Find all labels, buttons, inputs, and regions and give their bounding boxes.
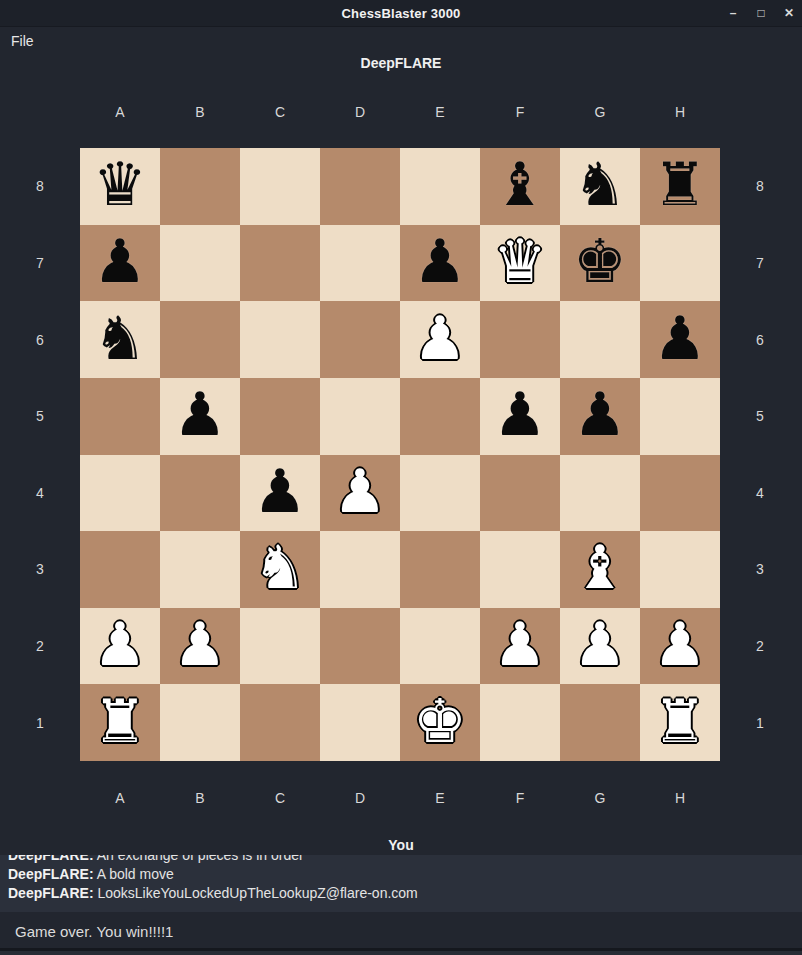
menu-item-file[interactable]: File: [0, 27, 45, 54]
file-labels-top: ABCDEFGH: [80, 102, 720, 122]
square-f2[interactable]: ♟: [480, 608, 560, 685]
square-c2[interactable]: [240, 608, 320, 685]
square-g3[interactable]: ♝: [560, 531, 640, 608]
square-g1[interactable]: [560, 684, 640, 761]
square-h3[interactable]: [640, 531, 720, 608]
file-label-e: E: [400, 788, 480, 808]
square-g8[interactable]: ♞: [560, 148, 640, 225]
file-label-b: B: [160, 102, 240, 122]
file-label-d: D: [320, 102, 400, 122]
square-a5[interactable]: [80, 378, 160, 455]
white-queen-piece: ♛: [493, 231, 547, 291]
minimize-icon[interactable]: –: [726, 7, 740, 19]
square-c8[interactable]: [240, 148, 320, 225]
square-g7[interactable]: ♚: [560, 225, 640, 302]
square-e1[interactable]: ♚: [400, 684, 480, 761]
file-label-d: D: [320, 788, 400, 808]
square-c5[interactable]: [240, 378, 320, 455]
square-g4[interactable]: [560, 455, 640, 532]
chat-message: DeepFLARE: An exchange of pieces is in o…: [8, 855, 802, 865]
white-rook-piece: ♜: [93, 691, 147, 751]
file-label-a: A: [80, 102, 160, 122]
chat-messages: DeepFLARE: An exchange of pieces is in o…: [0, 855, 802, 903]
square-a8[interactable]: ♛: [80, 148, 160, 225]
chat-message: DeepFLARE: A bold move: [8, 865, 802, 884]
square-f6[interactable]: [480, 301, 560, 378]
window-title: ChessBlaster 3000: [0, 0, 802, 26]
square-c1[interactable]: [240, 684, 320, 761]
black-pawn-piece: ♟: [653, 308, 707, 368]
square-b4[interactable]: [160, 455, 240, 532]
white-king-piece: ♚: [413, 691, 467, 751]
file-label-h: H: [640, 788, 720, 808]
rank-label-4: 4: [720, 455, 800, 532]
rank-label-6: 6: [720, 301, 800, 378]
opponent-name: DeepFLARE: [0, 55, 802, 71]
square-g6[interactable]: [560, 301, 640, 378]
file-label-h: H: [640, 102, 720, 122]
square-h7[interactable]: [640, 225, 720, 302]
black-king-piece: ♚: [573, 231, 627, 291]
white-knight-piece: ♞: [253, 537, 307, 597]
square-f1[interactable]: [480, 684, 560, 761]
maximize-icon[interactable]: □: [754, 7, 768, 19]
black-pawn-piece: ♟: [173, 384, 227, 444]
square-c4[interactable]: ♟: [240, 455, 320, 532]
rank-label-8: 8: [720, 148, 800, 225]
white-pawn-piece: ♟: [173, 614, 227, 674]
chat-sender: DeepFLARE:: [8, 855, 94, 863]
square-e5[interactable]: [400, 378, 480, 455]
square-a6[interactable]: ♞: [80, 301, 160, 378]
window-controls: – □ ✕: [726, 0, 796, 26]
file-label-a: A: [80, 788, 160, 808]
square-h8[interactable]: ♜: [640, 148, 720, 225]
player-name: You: [0, 837, 802, 853]
square-f8[interactable]: ♝: [480, 148, 560, 225]
rank-label-4: 4: [0, 455, 80, 532]
rank-label-7: 7: [0, 225, 80, 302]
rank-label-8: 8: [0, 148, 80, 225]
file-label-c: C: [240, 102, 320, 122]
square-a7[interactable]: ♟: [80, 225, 160, 302]
square-a1[interactable]: ♜: [80, 684, 160, 761]
square-d7[interactable]: [320, 225, 400, 302]
white-pawn-piece: ♟: [573, 614, 627, 674]
black-pawn-piece: ♟: [253, 461, 307, 521]
square-a2[interactable]: ♟: [80, 608, 160, 685]
square-d5[interactable]: [320, 378, 400, 455]
square-e6[interactable]: ♟: [400, 301, 480, 378]
square-h1[interactable]: ♜: [640, 684, 720, 761]
square-c6[interactable]: [240, 301, 320, 378]
rank-label-2: 2: [720, 608, 800, 685]
file-label-f: F: [480, 102, 560, 122]
square-d8[interactable]: [320, 148, 400, 225]
rank-label-2: 2: [0, 608, 80, 685]
white-pawn-piece: ♟: [653, 614, 707, 674]
chat-sender: DeepFLARE:: [8, 885, 94, 901]
square-c3[interactable]: ♞: [240, 531, 320, 608]
white-pawn-piece: ♟: [413, 308, 467, 368]
black-rook-piece: ♜: [653, 154, 707, 214]
rank-label-5: 5: [720, 378, 800, 455]
square-d3[interactable]: [320, 531, 400, 608]
square-d2[interactable]: [320, 608, 400, 685]
white-rook-piece: ♜: [653, 691, 707, 751]
menu-bar: File: [0, 27, 802, 54]
black-knight-piece: ♞: [93, 308, 147, 368]
file-label-c: C: [240, 788, 320, 808]
square-e4[interactable]: [400, 455, 480, 532]
footer-base: [0, 951, 802, 955]
square-g2[interactable]: ♟: [560, 608, 640, 685]
rank-label-6: 6: [0, 301, 80, 378]
white-pawn-piece: ♟: [493, 614, 547, 674]
square-d1[interactable]: [320, 684, 400, 761]
rank-label-3: 3: [720, 531, 800, 608]
square-h6[interactable]: ♟: [640, 301, 720, 378]
rank-labels-right: 87654321: [720, 148, 800, 761]
square-h5[interactable]: [640, 378, 720, 455]
square-d6[interactable]: [320, 301, 400, 378]
file-label-e: E: [400, 102, 480, 122]
square-b7[interactable]: [160, 225, 240, 302]
square-a4[interactable]: [80, 455, 160, 532]
rank-label-1: 1: [720, 684, 800, 761]
rank-label-5: 5: [0, 378, 80, 455]
square-e2[interactable]: [400, 608, 480, 685]
chess-board: ♛♝♞♜♟♟♛♚♞♟♟♟♟♟♟♟♞♝♟♟♟♟♟♜♚♜: [80, 148, 720, 761]
square-b3[interactable]: [160, 531, 240, 608]
black-bishop-piece: ♝: [493, 154, 547, 214]
square-e3[interactable]: [400, 531, 480, 608]
square-b6[interactable]: [160, 301, 240, 378]
white-pawn-piece: ♟: [333, 461, 387, 521]
file-label-g: G: [560, 788, 640, 808]
file-labels-bottom: ABCDEFGH: [80, 788, 720, 808]
square-h4[interactable]: [640, 455, 720, 532]
black-pawn-piece: ♟: [493, 384, 547, 444]
file-label-b: B: [160, 788, 240, 808]
square-f4[interactable]: [480, 455, 560, 532]
file-label-f: F: [480, 788, 560, 808]
square-a3[interactable]: [80, 531, 160, 608]
square-e7[interactable]: ♟: [400, 225, 480, 302]
white-bishop-piece: ♝: [573, 537, 627, 597]
close-icon[interactable]: ✕: [782, 7, 796, 19]
black-knight-piece: ♞: [573, 154, 627, 214]
square-f7[interactable]: ♛: [480, 225, 560, 302]
square-b5[interactable]: ♟: [160, 378, 240, 455]
status-message: Game over. You win!!!!1: [15, 921, 173, 941]
square-b2[interactable]: ♟: [160, 608, 240, 685]
square-d4[interactable]: ♟: [320, 455, 400, 532]
rank-label-3: 3: [0, 531, 80, 608]
chat-sender: DeepFLARE:: [8, 866, 94, 882]
square-f5[interactable]: ♟: [480, 378, 560, 455]
file-label-g: G: [560, 102, 640, 122]
rank-labels-left: 87654321: [0, 148, 80, 761]
square-h2[interactable]: ♟: [640, 608, 720, 685]
chat-message: DeepFLARE: LooksLikeYouLockedUpTheLookup…: [8, 884, 802, 903]
square-b1[interactable]: [160, 684, 240, 761]
black-pawn-piece: ♟: [93, 231, 147, 291]
chat-log[interactable]: DeepFLARE: An exchange of pieces is in o…: [0, 855, 802, 912]
black-pawn-piece: ♟: [573, 384, 627, 444]
rank-label-1: 1: [0, 684, 80, 761]
square-g5[interactable]: ♟: [560, 378, 640, 455]
square-b8[interactable]: [160, 148, 240, 225]
black-pawn-piece: ♟: [413, 231, 467, 291]
white-pawn-piece: ♟: [93, 614, 147, 674]
square-e8[interactable]: [400, 148, 480, 225]
rank-label-7: 7: [720, 225, 800, 302]
square-f3[interactable]: [480, 531, 560, 608]
title-bar: ChessBlaster 3000 – □ ✕: [0, 0, 802, 27]
square-c7[interactable]: [240, 225, 320, 302]
black-queen-piece: ♛: [93, 154, 147, 214]
